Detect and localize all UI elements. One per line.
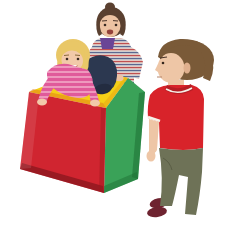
boy-shoe-bottom: [146, 206, 167, 219]
girl-eye-right: [77, 58, 80, 61]
photo-illustration: [0, 0, 228, 228]
soft-play-cube-product-photo: [0, 0, 228, 228]
child-behind-mouth: [107, 30, 113, 35]
girl-hand-right: [90, 100, 100, 107]
child-behind-collar: [100, 38, 115, 49]
boy-forearm: [149, 119, 159, 154]
girl-eye-left: [66, 58, 69, 61]
boy-trousers: [159, 148, 203, 215]
girl-hand-left: [37, 99, 47, 106]
child-behind-eye-left: [104, 24, 107, 27]
boy-hand: [147, 151, 156, 162]
boy-eye: [162, 62, 165, 65]
boy-standing: [146, 39, 214, 218]
child-behind-eye-right: [115, 24, 118, 27]
boy-ear: [184, 63, 191, 74]
